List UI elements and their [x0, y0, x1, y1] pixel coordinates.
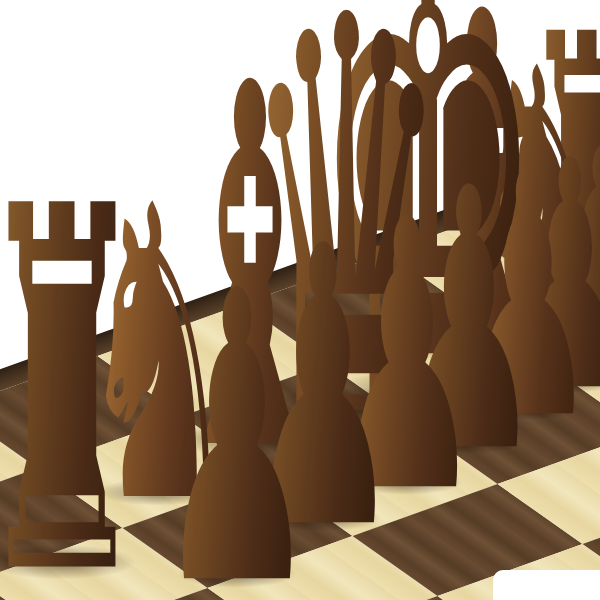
watermark-box [493, 570, 600, 600]
piece-pawn-a2: ♟ [156, 240, 317, 600]
piece-rook-a1: ♜ [0, 143, 147, 600]
pieces-layer: ♜♞♝♛♚♝♞♜♟♟♟♟♟♟♟♟ [0, 0, 600, 600]
chess-set-photo: ♜♞♝♛♚♝♞♜♟♟♟♟♟♟♟♟ [0, 0, 600, 600]
